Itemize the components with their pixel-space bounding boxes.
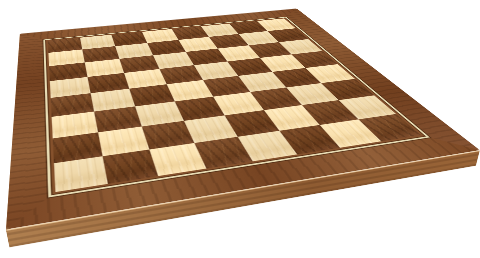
board-square-r5c6 [286,83,338,105]
board-square-r4c0 [51,93,94,117]
board-square-r5c7 [321,79,374,100]
board-square-r7c7 [359,114,421,141]
board-square-r6c6 [302,100,359,125]
board-square-r4c3 [167,80,213,101]
board-square-r4c2 [129,84,175,106]
board-square-r4c1 [91,89,136,112]
board-square-r7c1 [103,149,159,183]
board-square-r6c3 [184,115,238,143]
board-square-r6c5 [264,105,320,131]
board-square-r5c2 [135,101,184,126]
board-square-r3c1 [88,73,130,93]
board-square-r6c4 [225,110,280,137]
board-square-r5c4 [213,92,264,115]
board-square-r7c6 [320,119,381,147]
board-square-r6c7 [339,95,396,119]
board-square-r7c2 [149,143,206,176]
board-square-r3c0 [50,77,91,98]
board-grid [48,18,421,192]
board-scene [0,0,480,258]
board-square-r5c0 [52,112,98,139]
board-square-r5c1 [94,106,142,132]
board-square-r6c2 [142,121,195,150]
board-square-r7c0 [54,156,108,192]
product-photo-stage [0,0,480,258]
board-square-r7c4 [238,131,298,162]
chess-board [6,9,480,230]
board-square-r6c0 [53,132,103,163]
board-square-r6c1 [98,126,149,156]
board-square-r7c3 [194,137,252,169]
board-square-r5c5 [250,87,302,110]
board-square-r5c3 [175,97,225,121]
board-square-r7c5 [279,125,340,154]
